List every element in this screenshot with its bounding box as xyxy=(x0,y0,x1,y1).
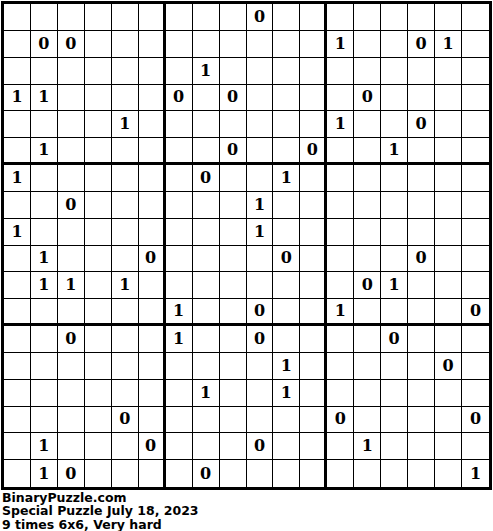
empty-cell-r15c2[interactable] xyxy=(58,407,85,434)
empty-cell-r2c3[interactable] xyxy=(85,58,112,85)
empty-cell-r2c17[interactable] xyxy=(462,58,489,85)
empty-cell-r3c9[interactable] xyxy=(247,85,274,112)
given-cell-r8c0: 1 xyxy=(4,219,31,246)
empty-cell-r9c16[interactable] xyxy=(435,246,462,273)
empty-cell-r13c17[interactable] xyxy=(462,353,489,380)
empty-cell-r2c2[interactable] xyxy=(58,58,85,85)
empty-cell-r8c6[interactable] xyxy=(166,219,193,246)
empty-cell-r4c3[interactable] xyxy=(85,111,112,138)
empty-cell-r5c0[interactable] xyxy=(4,138,31,165)
given-cell-r17c7: 0 xyxy=(193,460,220,487)
given-cell-r6c0: 1 xyxy=(4,165,31,192)
empty-cell-r3c7[interactable] xyxy=(193,85,220,112)
given-cell-r11c6: 1 xyxy=(166,299,193,326)
empty-cell-r9c14[interactable] xyxy=(381,246,408,273)
empty-cell-r8c13[interactable] xyxy=(354,219,381,246)
empty-cell-r0c14[interactable] xyxy=(381,4,408,31)
empty-cell-r6c2[interactable] xyxy=(58,165,85,192)
empty-cell-r12c1[interactable] xyxy=(31,326,58,353)
given-cell-r11c12: 1 xyxy=(327,299,354,326)
footer: BinaryPuzzle.com Special Puzzle July 18,… xyxy=(0,490,493,531)
empty-cell-r15c3[interactable] xyxy=(85,407,112,434)
empty-cell-r14c14[interactable] xyxy=(381,380,408,407)
empty-cell-r11c8[interactable] xyxy=(220,299,247,326)
empty-cell-r17c16[interactable] xyxy=(435,460,462,487)
given-cell-r2c7: 1 xyxy=(193,58,220,85)
empty-cell-r8c3[interactable] xyxy=(85,219,112,246)
empty-cell-r3c15[interactable] xyxy=(408,85,435,112)
empty-cell-r13c1[interactable] xyxy=(31,353,58,380)
empty-cell-r14c2[interactable] xyxy=(58,380,85,407)
empty-cell-r7c0[interactable] xyxy=(4,192,31,219)
empty-cell-r10c16[interactable] xyxy=(435,272,462,299)
empty-cell-r16c2[interactable] xyxy=(58,433,85,460)
empty-cell-r15c10[interactable] xyxy=(273,407,300,434)
given-cell-r10c4: 1 xyxy=(112,272,139,299)
empty-cell-r10c7[interactable] xyxy=(193,272,220,299)
empty-cell-r13c12[interactable] xyxy=(327,353,354,380)
empty-cell-r12c13[interactable] xyxy=(354,326,381,353)
empty-cell-r12c12[interactable] xyxy=(327,326,354,353)
empty-cell-r17c11[interactable] xyxy=(300,460,327,487)
empty-cell-r5c13[interactable] xyxy=(354,138,381,165)
empty-cell-r2c13[interactable] xyxy=(354,58,381,85)
empty-cell-r11c11[interactable] xyxy=(300,299,327,326)
empty-cell-r3c3[interactable] xyxy=(85,85,112,112)
empty-cell-r17c12[interactable] xyxy=(327,460,354,487)
empty-cell-r9c13[interactable] xyxy=(354,246,381,273)
empty-cell-r17c3[interactable] xyxy=(85,460,112,487)
empty-cell-r6c9[interactable] xyxy=(247,165,274,192)
given-cell-r5c11: 0 xyxy=(300,138,327,165)
given-cell-r17c1: 1 xyxy=(31,460,58,487)
empty-cell-r7c15[interactable] xyxy=(408,192,435,219)
footer-puzzle-spec: 9 times 6x6, Very hard xyxy=(2,518,493,531)
empty-cell-r17c14[interactable] xyxy=(381,460,408,487)
empty-cell-r6c1[interactable] xyxy=(31,165,58,192)
empty-cell-r8c4[interactable] xyxy=(112,219,139,246)
empty-cell-r2c11[interactable] xyxy=(300,58,327,85)
empty-cell-r0c5[interactable] xyxy=(139,4,166,31)
empty-cell-r0c8[interactable] xyxy=(220,4,247,31)
empty-cell-r16c7[interactable] xyxy=(193,433,220,460)
empty-cell-r15c14[interactable] xyxy=(381,407,408,434)
empty-cell-r17c15[interactable] xyxy=(408,460,435,487)
empty-cell-r13c11[interactable] xyxy=(300,353,327,380)
empty-cell-r0c16[interactable] xyxy=(435,4,462,31)
empty-cell-r14c15[interactable] xyxy=(408,380,435,407)
empty-cell-r5c2[interactable] xyxy=(58,138,85,165)
empty-cell-r7c3[interactable] xyxy=(85,192,112,219)
empty-cell-r9c9[interactable] xyxy=(247,246,274,273)
empty-cell-r0c3[interactable] xyxy=(85,4,112,31)
empty-cell-r5c16[interactable] xyxy=(435,138,462,165)
empty-cell-r12c17[interactable] xyxy=(462,326,489,353)
empty-cell-r9c4[interactable] xyxy=(112,246,139,273)
empty-cell-r10c9[interactable] xyxy=(247,272,274,299)
empty-cell-r8c11[interactable] xyxy=(300,219,327,246)
empty-cell-r4c0[interactable] xyxy=(4,111,31,138)
empty-cell-r12c4[interactable] xyxy=(112,326,139,353)
empty-cell-r3c16[interactable] xyxy=(435,85,462,112)
empty-cell-r3c2[interactable] xyxy=(58,85,85,112)
empty-cell-r14c8[interactable] xyxy=(220,380,247,407)
empty-cell-r0c7[interactable] xyxy=(193,4,220,31)
empty-cell-r15c8[interactable] xyxy=(220,407,247,434)
given-cell-r14c10: 1 xyxy=(273,380,300,407)
empty-cell-r6c15[interactable] xyxy=(408,165,435,192)
empty-cell-r4c13[interactable] xyxy=(354,111,381,138)
given-cell-r6c7: 0 xyxy=(193,165,220,192)
empty-cell-r11c3[interactable] xyxy=(85,299,112,326)
empty-cell-r2c14[interactable] xyxy=(381,58,408,85)
empty-cell-r0c1[interactable] xyxy=(31,4,58,31)
empty-cell-r16c15[interactable] xyxy=(408,433,435,460)
empty-cell-r6c14[interactable] xyxy=(381,165,408,192)
empty-cell-r8c1[interactable] xyxy=(31,219,58,246)
empty-cell-r7c6[interactable] xyxy=(166,192,193,219)
empty-cell-r13c8[interactable] xyxy=(220,353,247,380)
empty-cell-r4c11[interactable] xyxy=(300,111,327,138)
empty-cell-r2c5[interactable] xyxy=(139,58,166,85)
empty-cell-r10c0[interactable] xyxy=(4,272,31,299)
empty-cell-r10c8[interactable] xyxy=(220,272,247,299)
empty-cell-r11c10[interactable] xyxy=(273,299,300,326)
empty-cell-r1c10[interactable] xyxy=(273,31,300,58)
empty-cell-r10c11[interactable] xyxy=(300,272,327,299)
empty-cell-r0c13[interactable] xyxy=(354,4,381,31)
empty-cell-r14c11[interactable] xyxy=(300,380,327,407)
given-cell-r3c8: 0 xyxy=(220,85,247,112)
empty-cell-r8c17[interactable] xyxy=(462,219,489,246)
empty-cell-r13c15[interactable] xyxy=(408,353,435,380)
empty-cell-r14c13[interactable] xyxy=(354,380,381,407)
empty-cell-r14c1[interactable] xyxy=(31,380,58,407)
empty-cell-r4c17[interactable] xyxy=(462,111,489,138)
empty-cell-r17c6[interactable] xyxy=(166,460,193,487)
empty-cell-r4c7[interactable] xyxy=(193,111,220,138)
empty-cell-r5c10[interactable] xyxy=(273,138,300,165)
empty-cell-r2c12[interactable] xyxy=(327,58,354,85)
empty-cell-r9c3[interactable] xyxy=(85,246,112,273)
empty-cell-r16c10[interactable] xyxy=(273,433,300,460)
empty-cell-r17c13[interactable] xyxy=(354,460,381,487)
empty-cell-r15c1[interactable] xyxy=(31,407,58,434)
empty-cell-r10c6[interactable] xyxy=(166,272,193,299)
empty-cell-r2c4[interactable] xyxy=(112,58,139,85)
empty-cell-r12c11[interactable] xyxy=(300,326,327,353)
given-cell-r10c2: 1 xyxy=(58,272,85,299)
footer-puzzle-title: Special Puzzle July 18, 2023 xyxy=(2,504,493,517)
empty-cell-r3c17[interactable] xyxy=(462,85,489,112)
empty-cell-r1c5[interactable] xyxy=(139,31,166,58)
given-cell-r17c17: 1 xyxy=(462,460,489,487)
empty-cell-r0c10[interactable] xyxy=(273,4,300,31)
given-cell-r1c15: 0 xyxy=(408,31,435,58)
empty-cell-r11c5[interactable] xyxy=(139,299,166,326)
empty-cell-r6c5[interactable] xyxy=(139,165,166,192)
empty-cell-r15c7[interactable] xyxy=(193,407,220,434)
given-cell-r1c2: 0 xyxy=(58,31,85,58)
empty-cell-r16c11[interactable] xyxy=(300,433,327,460)
empty-cell-r14c17[interactable] xyxy=(462,380,489,407)
empty-cell-r12c0[interactable] xyxy=(4,326,31,353)
empty-cell-r12c15[interactable] xyxy=(408,326,435,353)
empty-cell-r13c4[interactable] xyxy=(112,353,139,380)
empty-cell-r10c3[interactable] xyxy=(85,272,112,299)
empty-cell-r10c12[interactable] xyxy=(327,272,354,299)
empty-cell-r6c17[interactable] xyxy=(462,165,489,192)
empty-cell-r11c14[interactable] xyxy=(381,299,408,326)
empty-cell-r8c2[interactable] xyxy=(58,219,85,246)
empty-cell-r6c6[interactable] xyxy=(166,165,193,192)
empty-cell-r15c5[interactable] xyxy=(139,407,166,434)
empty-cell-r8c8[interactable] xyxy=(220,219,247,246)
empty-cell-r16c16[interactable] xyxy=(435,433,462,460)
empty-cell-r0c6[interactable] xyxy=(166,4,193,31)
empty-cell-r4c8[interactable] xyxy=(220,111,247,138)
empty-cell-r11c0[interactable] xyxy=(4,299,31,326)
empty-cell-r15c6[interactable] xyxy=(166,407,193,434)
empty-cell-r5c12[interactable] xyxy=(327,138,354,165)
empty-cell-r11c16[interactable] xyxy=(435,299,462,326)
empty-cell-r14c9[interactable] xyxy=(247,380,274,407)
empty-cell-r3c5[interactable] xyxy=(139,85,166,112)
empty-cell-r0c11[interactable] xyxy=(300,4,327,31)
empty-cell-r16c14[interactable] xyxy=(381,433,408,460)
empty-cell-r8c10[interactable] xyxy=(273,219,300,246)
empty-cell-r12c3[interactable] xyxy=(85,326,112,353)
empty-cell-r7c13[interactable] xyxy=(354,192,381,219)
empty-cell-r17c5[interactable] xyxy=(139,460,166,487)
given-cell-r3c0: 1 xyxy=(4,85,31,112)
empty-cell-r9c8[interactable] xyxy=(220,246,247,273)
empty-cell-r16c0[interactable] xyxy=(4,433,31,460)
empty-cell-r16c8[interactable] xyxy=(220,433,247,460)
empty-cell-r12c5[interactable] xyxy=(139,326,166,353)
empty-cell-r8c15[interactable] xyxy=(408,219,435,246)
empty-cell-r15c15[interactable] xyxy=(408,407,435,434)
empty-cell-r6c8[interactable] xyxy=(220,165,247,192)
empty-cell-r10c5[interactable] xyxy=(139,272,166,299)
empty-cell-r4c1[interactable] xyxy=(31,111,58,138)
empty-cell-r13c9[interactable] xyxy=(247,353,274,380)
given-cell-r3c1: 1 xyxy=(31,85,58,112)
empty-cell-r1c3[interactable] xyxy=(85,31,112,58)
empty-cell-r9c2[interactable] xyxy=(58,246,85,273)
empty-cell-r15c13[interactable] xyxy=(354,407,381,434)
empty-cell-r13c6[interactable] xyxy=(166,353,193,380)
empty-cell-r12c8[interactable] xyxy=(220,326,247,353)
empty-cell-r0c4[interactable] xyxy=(112,4,139,31)
empty-cell-r5c7[interactable] xyxy=(193,138,220,165)
empty-cell-r11c1[interactable] xyxy=(31,299,58,326)
empty-cell-r2c10[interactable] xyxy=(273,58,300,85)
empty-cell-r10c10[interactable] xyxy=(273,272,300,299)
empty-cell-r4c9[interactable] xyxy=(247,111,274,138)
empty-cell-r17c9[interactable] xyxy=(247,460,274,487)
empty-cell-r3c11[interactable] xyxy=(300,85,327,112)
given-cell-r16c13: 1 xyxy=(354,433,381,460)
empty-cell-r16c3[interactable] xyxy=(85,433,112,460)
given-cell-r9c5: 0 xyxy=(139,246,166,273)
empty-cell-r11c2[interactable] xyxy=(58,299,85,326)
empty-cell-r2c0[interactable] xyxy=(4,58,31,85)
empty-cell-r10c15[interactable] xyxy=(408,272,435,299)
empty-cell-r9c11[interactable] xyxy=(300,246,327,273)
empty-cell-r1c4[interactable] xyxy=(112,31,139,58)
empty-cell-r4c6[interactable] xyxy=(166,111,193,138)
empty-cell-r0c0[interactable] xyxy=(4,4,31,31)
empty-cell-r13c5[interactable] xyxy=(139,353,166,380)
empty-cell-r13c0[interactable] xyxy=(4,353,31,380)
empty-cell-r1c14[interactable] xyxy=(381,31,408,58)
empty-cell-r7c8[interactable] xyxy=(220,192,247,219)
empty-cell-r14c12[interactable] xyxy=(327,380,354,407)
footer-site: BinaryPuzzle.com xyxy=(2,491,493,504)
empty-cell-r7c4[interactable] xyxy=(112,192,139,219)
empty-cell-r8c16[interactable] xyxy=(435,219,462,246)
empty-cell-r4c16[interactable] xyxy=(435,111,462,138)
empty-cell-r1c11[interactable] xyxy=(300,31,327,58)
empty-cell-r7c16[interactable] xyxy=(435,192,462,219)
empty-cell-r14c0[interactable] xyxy=(4,380,31,407)
empty-cell-r15c9[interactable] xyxy=(247,407,274,434)
empty-cell-r1c7[interactable] xyxy=(193,31,220,58)
empty-cell-r7c1[interactable] xyxy=(31,192,58,219)
empty-cell-r13c13[interactable] xyxy=(354,353,381,380)
empty-cell-r14c16[interactable] xyxy=(435,380,462,407)
empty-cell-r15c11[interactable] xyxy=(300,407,327,434)
empty-cell-r8c5[interactable] xyxy=(139,219,166,246)
empty-cell-r2c6[interactable] xyxy=(166,58,193,85)
empty-cell-r11c13[interactable] xyxy=(354,299,381,326)
empty-cell-r6c3[interactable] xyxy=(85,165,112,192)
empty-cell-r5c9[interactable] xyxy=(247,138,274,165)
empty-cell-r1c0[interactable] xyxy=(4,31,31,58)
given-cell-r15c4: 0 xyxy=(112,407,139,434)
empty-cell-r6c4[interactable] xyxy=(112,165,139,192)
empty-cell-r6c13[interactable] xyxy=(354,165,381,192)
empty-cell-r4c2[interactable] xyxy=(58,111,85,138)
empty-cell-r6c16[interactable] xyxy=(435,165,462,192)
empty-cell-r11c7[interactable] xyxy=(193,299,220,326)
empty-cell-r7c14[interactable] xyxy=(381,192,408,219)
given-cell-r12c2: 0 xyxy=(58,326,85,353)
empty-cell-r14c5[interactable] xyxy=(139,380,166,407)
empty-cell-r4c5[interactable] xyxy=(139,111,166,138)
empty-cell-r8c7[interactable] xyxy=(193,219,220,246)
empty-cell-r0c15[interactable] xyxy=(408,4,435,31)
page: 0001011110001101001101011110001110110100… xyxy=(0,0,493,531)
empty-cell-r1c9[interactable] xyxy=(247,31,274,58)
empty-cell-r1c8[interactable] xyxy=(220,31,247,58)
empty-cell-r11c4[interactable] xyxy=(112,299,139,326)
empty-cell-r12c7[interactable] xyxy=(193,326,220,353)
empty-cell-r2c8[interactable] xyxy=(220,58,247,85)
given-cell-r5c1: 1 xyxy=(31,138,58,165)
empty-cell-r5c6[interactable] xyxy=(166,138,193,165)
empty-cell-r0c2[interactable] xyxy=(58,4,85,31)
empty-cell-r17c0[interactable] xyxy=(4,460,31,487)
empty-cell-r2c9[interactable] xyxy=(247,58,274,85)
empty-cell-r10c17[interactable] xyxy=(462,272,489,299)
empty-cell-r1c6[interactable] xyxy=(166,31,193,58)
empty-cell-r16c6[interactable] xyxy=(166,433,193,460)
empty-cell-r2c16[interactable] xyxy=(435,58,462,85)
empty-cell-r13c14[interactable] xyxy=(381,353,408,380)
given-cell-r9c15: 0 xyxy=(408,246,435,273)
empty-cell-r2c15[interactable] xyxy=(408,58,435,85)
empty-cell-r16c4[interactable] xyxy=(112,433,139,460)
empty-cell-r8c14[interactable] xyxy=(381,219,408,246)
empty-cell-r5c3[interactable] xyxy=(85,138,112,165)
empty-cell-r8c12[interactable] xyxy=(327,219,354,246)
given-cell-r15c12: 0 xyxy=(327,407,354,434)
empty-cell-r9c0[interactable] xyxy=(4,246,31,273)
empty-cell-r4c14[interactable] xyxy=(381,111,408,138)
empty-cell-r16c12[interactable] xyxy=(327,433,354,460)
empty-cell-r15c0[interactable] xyxy=(4,407,31,434)
empty-cell-r12c16[interactable] xyxy=(435,326,462,353)
empty-cell-r7c11[interactable] xyxy=(300,192,327,219)
empty-cell-r11c15[interactable] xyxy=(408,299,435,326)
empty-cell-r7c7[interactable] xyxy=(193,192,220,219)
empty-cell-r15c16[interactable] xyxy=(435,407,462,434)
empty-cell-r17c4[interactable] xyxy=(112,460,139,487)
empty-cell-r16c17[interactable] xyxy=(462,433,489,460)
empty-cell-r5c4[interactable] xyxy=(112,138,139,165)
empty-cell-r13c7[interactable] xyxy=(193,353,220,380)
empty-cell-r3c12[interactable] xyxy=(327,85,354,112)
empty-cell-r7c5[interactable] xyxy=(139,192,166,219)
empty-cell-r2c1[interactable] xyxy=(31,58,58,85)
given-cell-r10c13: 0 xyxy=(354,272,381,299)
empty-cell-r0c17[interactable] xyxy=(462,4,489,31)
empty-cell-r3c14[interactable] xyxy=(381,85,408,112)
given-cell-r3c6: 0 xyxy=(166,85,193,112)
empty-cell-r9c12[interactable] xyxy=(327,246,354,273)
empty-cell-r1c17[interactable] xyxy=(462,31,489,58)
given-cell-r15c17: 0 xyxy=(462,407,489,434)
empty-cell-r14c3[interactable] xyxy=(85,380,112,407)
empty-cell-r3c10[interactable] xyxy=(273,85,300,112)
empty-cell-r13c3[interactable] xyxy=(85,353,112,380)
empty-cell-r13c2[interactable] xyxy=(58,353,85,380)
empty-cell-r1c13[interactable] xyxy=(354,31,381,58)
empty-cell-r17c8[interactable] xyxy=(220,460,247,487)
given-cell-r12c6: 1 xyxy=(166,326,193,353)
empty-cell-r5c15[interactable] xyxy=(408,138,435,165)
empty-cell-r9c17[interactable] xyxy=(462,246,489,273)
empty-cell-r14c6[interactable] xyxy=(166,380,193,407)
empty-cell-r9c7[interactable] xyxy=(193,246,220,273)
empty-cell-r17c10[interactable] xyxy=(273,460,300,487)
empty-cell-r3c4[interactable] xyxy=(112,85,139,112)
empty-cell-r7c10[interactable] xyxy=(273,192,300,219)
empty-cell-r5c5[interactable] xyxy=(139,138,166,165)
empty-cell-r12c10[interactable] xyxy=(273,326,300,353)
empty-cell-r4c10[interactable] xyxy=(273,111,300,138)
empty-cell-r6c11[interactable] xyxy=(300,165,327,192)
empty-cell-r5c17[interactable] xyxy=(462,138,489,165)
empty-cell-r6c12[interactable] xyxy=(327,165,354,192)
empty-cell-r0c12[interactable] xyxy=(327,4,354,31)
empty-cell-r14c4[interactable] xyxy=(112,380,139,407)
empty-cell-r9c6[interactable] xyxy=(166,246,193,273)
empty-cell-r7c17[interactable] xyxy=(462,192,489,219)
empty-cell-r7c12[interactable] xyxy=(327,192,354,219)
